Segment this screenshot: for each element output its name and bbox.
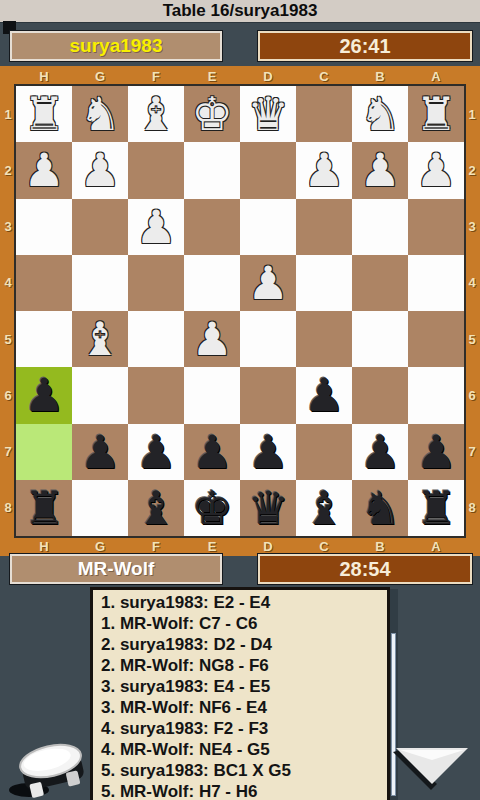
square-G4[interactable]: [72, 255, 128, 311]
white-pawn-F3: ♟: [135, 204, 176, 250]
square-H7[interactable]: [16, 424, 72, 480]
square-D1[interactable]: ♛: [240, 86, 296, 142]
square-B7[interactable]: ♟: [352, 424, 408, 480]
move-row: 4. MR-Wolf: NE4 - G5: [101, 739, 383, 760]
square-D4[interactable]: ♟: [240, 255, 296, 311]
square-B2[interactable]: ♟: [352, 142, 408, 198]
move-row: 4. surya1983: F2 - F3: [101, 718, 383, 739]
white-rook-H1: ♜: [23, 91, 64, 137]
black-clock: 28:54: [258, 554, 472, 584]
black-pawn-H6: ♟: [23, 372, 64, 418]
black-bishop-F8: ♝: [135, 485, 176, 531]
move-row: 3. surya1983: E4 - E5: [101, 676, 383, 697]
square-A5[interactable]: [408, 311, 464, 367]
square-F2[interactable]: [128, 142, 184, 198]
square-A3[interactable]: [408, 199, 464, 255]
square-F6[interactable]: [128, 367, 184, 423]
square-E8[interactable]: ♚: [184, 480, 240, 536]
file-label-A-top: A: [408, 66, 464, 86]
square-G7[interactable]: ♟: [72, 424, 128, 480]
white-pawn-D4: ♟: [247, 260, 288, 306]
rank-label-5-right: 5: [464, 311, 480, 367]
square-C7[interactable]: [296, 424, 352, 480]
file-label-C-top: C: [296, 66, 352, 86]
square-D3[interactable]: [240, 199, 296, 255]
file-label-A-bottom: A: [408, 536, 464, 556]
title-bar: Table 16/surya1983: [0, 0, 480, 23]
square-E1[interactable]: ♚: [184, 86, 240, 142]
black-pawn-E7: ♟: [191, 429, 232, 475]
black-pawn-B7: ♟: [359, 429, 400, 475]
square-E3[interactable]: [184, 199, 240, 255]
move-row: 5. MR-Wolf: H7 - H6: [101, 781, 383, 800]
white-bishop-G5: ♝: [79, 316, 120, 362]
square-H8[interactable]: ♜: [16, 480, 72, 536]
white-pawn-H2: ♟: [23, 147, 64, 193]
square-D8[interactable]: ♛: [240, 480, 296, 536]
white-pawn-G2: ♟: [79, 147, 120, 193]
file-label-F-bottom: F: [128, 536, 184, 556]
move-row: 5. surya1983: BC1 X G5: [101, 760, 383, 781]
square-G1[interactable]: ♞: [72, 86, 128, 142]
white-pawn-B2: ♟: [359, 147, 400, 193]
rank-label-8-right: 8: [464, 480, 480, 536]
rank-label-3-left: 3: [0, 199, 16, 255]
square-A7[interactable]: ♟: [408, 424, 464, 480]
square-A4[interactable]: [408, 255, 464, 311]
square-B5[interactable]: [352, 311, 408, 367]
square-A6[interactable]: [408, 367, 464, 423]
square-G6[interactable]: [72, 367, 128, 423]
white-knight-B1: ♞: [359, 91, 400, 137]
square-G5[interactable]: ♝: [72, 311, 128, 367]
square-C5[interactable]: [296, 311, 352, 367]
square-H1[interactable]: ♜: [16, 86, 72, 142]
file-label-G-top: G: [72, 66, 128, 86]
file-label-G-bottom: G: [72, 536, 128, 556]
white-clock-time: 26:41: [339, 35, 390, 58]
square-H4[interactable]: [16, 255, 72, 311]
rank-label-3-right: 3: [464, 199, 480, 255]
square-F8[interactable]: ♝: [128, 480, 184, 536]
black-rook-H8: ♜: [23, 485, 64, 531]
square-H6[interactable]: ♟: [16, 367, 72, 423]
rank-label-2-right: 2: [464, 142, 480, 198]
black-pawn-G7: ♟: [79, 429, 120, 475]
file-label-E-bottom: E: [184, 536, 240, 556]
square-F1[interactable]: ♝: [128, 86, 184, 142]
black-pawn-A7: ♟: [415, 429, 456, 475]
file-label-B-top: B: [352, 66, 408, 86]
down-triangle-icon: [390, 740, 474, 794]
square-E7[interactable]: ♟: [184, 424, 240, 480]
white-bishop-F1: ♝: [135, 91, 176, 137]
square-B4[interactable]: [352, 255, 408, 311]
move-list[interactable]: 1. surya1983: E2 - E41. MR-Wolf: C7 - C6…: [90, 587, 390, 800]
square-H5[interactable]: [16, 311, 72, 367]
rank-label-5-left: 5: [0, 311, 16, 367]
rank-label-2-left: 2: [0, 142, 16, 198]
player-black-name-box: MR-Wolf: [10, 554, 222, 584]
square-F4[interactable]: [128, 255, 184, 311]
rank-label-8-left: 8: [0, 480, 16, 536]
square-G2[interactable]: ♟: [72, 142, 128, 198]
black-pawn-F7: ♟: [135, 429, 176, 475]
scroll-down-button[interactable]: [390, 740, 474, 794]
file-label-F-top: F: [128, 66, 184, 86]
square-G8[interactable]: [72, 480, 128, 536]
board-corner: [464, 66, 480, 86]
square-H2[interactable]: ♟: [16, 142, 72, 198]
file-label-B-bottom: B: [352, 536, 408, 556]
square-B6[interactable]: [352, 367, 408, 423]
file-label-C-bottom: C: [296, 536, 352, 556]
white-clock: 26:41: [258, 31, 472, 61]
square-D2[interactable]: [240, 142, 296, 198]
rank-label-7-left: 7: [0, 424, 16, 480]
square-E2[interactable]: [184, 142, 240, 198]
rank-label-6-left: 6: [0, 367, 16, 423]
rank-label-7-right: 7: [464, 424, 480, 480]
file-label-E-top: E: [184, 66, 240, 86]
square-D7[interactable]: ♟: [240, 424, 296, 480]
move-row: 1. surya1983: E2 - E4: [101, 592, 383, 613]
square-F5[interactable]: [128, 311, 184, 367]
rank-label-4-right: 4: [464, 255, 480, 311]
file-label-D-bottom: D: [240, 536, 296, 556]
square-B3[interactable]: [352, 199, 408, 255]
move-row: 1. MR-Wolf: C7 - C6: [101, 613, 383, 634]
hat-button[interactable]: [5, 733, 97, 799]
move-row: 3. MR-Wolf: NF6 - E4: [101, 697, 383, 718]
white-pawn-A2: ♟: [415, 147, 456, 193]
square-D6[interactable]: [240, 367, 296, 423]
player-white-name: surya1983: [70, 35, 163, 57]
square-C3[interactable]: [296, 199, 352, 255]
move-row: 2. MR-Wolf: NG8 - F6: [101, 655, 383, 676]
rank-label-1-left: 1: [0, 86, 16, 142]
square-E5[interactable]: ♟: [184, 311, 240, 367]
square-F7[interactable]: ♟: [128, 424, 184, 480]
square-A8[interactable]: ♜: [408, 480, 464, 536]
black-clock-time: 28:54: [339, 558, 390, 581]
square-B1[interactable]: ♞: [352, 86, 408, 142]
white-queen-D1: ♛: [247, 91, 288, 137]
white-pawn-E5: ♟: [191, 316, 232, 362]
black-king-E8: ♚: [191, 485, 232, 531]
black-queen-D8: ♛: [247, 485, 288, 531]
white-king-E1: ♚: [191, 91, 232, 137]
rank-label-6-right: 6: [464, 367, 480, 423]
chess-board[interactable]: HGFEDCBA1♜♞♝♚♛♞♜12♟♟♟♟♟23♟34♟45♝♟56♟♟67♟…: [0, 66, 480, 556]
board-corner: [0, 66, 16, 86]
black-rook-A8: ♜: [415, 485, 456, 531]
hat-icon: [5, 733, 97, 799]
square-E4[interactable]: [184, 255, 240, 311]
square-H3[interactable]: [16, 199, 72, 255]
square-C4[interactable]: [296, 255, 352, 311]
rank-label-4-left: 4: [0, 255, 16, 311]
white-pawn-C2: ♟: [303, 147, 344, 193]
board-corner: [0, 536, 16, 556]
square-C8[interactable]: ♝: [296, 480, 352, 536]
file-label-H-bottom: H: [16, 536, 72, 556]
white-rook-A1: ♜: [415, 91, 456, 137]
board-corner: [464, 536, 480, 556]
player-black-name: MR-Wolf: [78, 558, 155, 580]
black-bishop-C8: ♝: [303, 485, 344, 531]
square-F3[interactable]: ♟: [128, 199, 184, 255]
white-knight-G1: ♞: [79, 91, 120, 137]
player-white-name-box: surya1983: [10, 31, 222, 61]
black-pawn-C6: ♟: [303, 372, 344, 418]
file-label-H-top: H: [16, 66, 72, 86]
file-label-D-top: D: [240, 66, 296, 86]
square-B8[interactable]: ♞: [352, 480, 408, 536]
square-C1[interactable]: [296, 86, 352, 142]
square-D5[interactable]: [240, 311, 296, 367]
black-pawn-D7: ♟: [247, 429, 288, 475]
square-E6[interactable]: [184, 367, 240, 423]
rank-label-1-right: 1: [464, 86, 480, 142]
square-C6[interactable]: ♟: [296, 367, 352, 423]
square-C2[interactable]: ♟: [296, 142, 352, 198]
square-A2[interactable]: ♟: [408, 142, 464, 198]
move-row: 2. surya1983: D2 - D4: [101, 634, 383, 655]
square-G3[interactable]: [72, 199, 128, 255]
page-title: Table 16/surya1983: [163, 1, 318, 21]
black-knight-B8: ♞: [359, 485, 400, 531]
square-A1[interactable]: ♜: [408, 86, 464, 142]
